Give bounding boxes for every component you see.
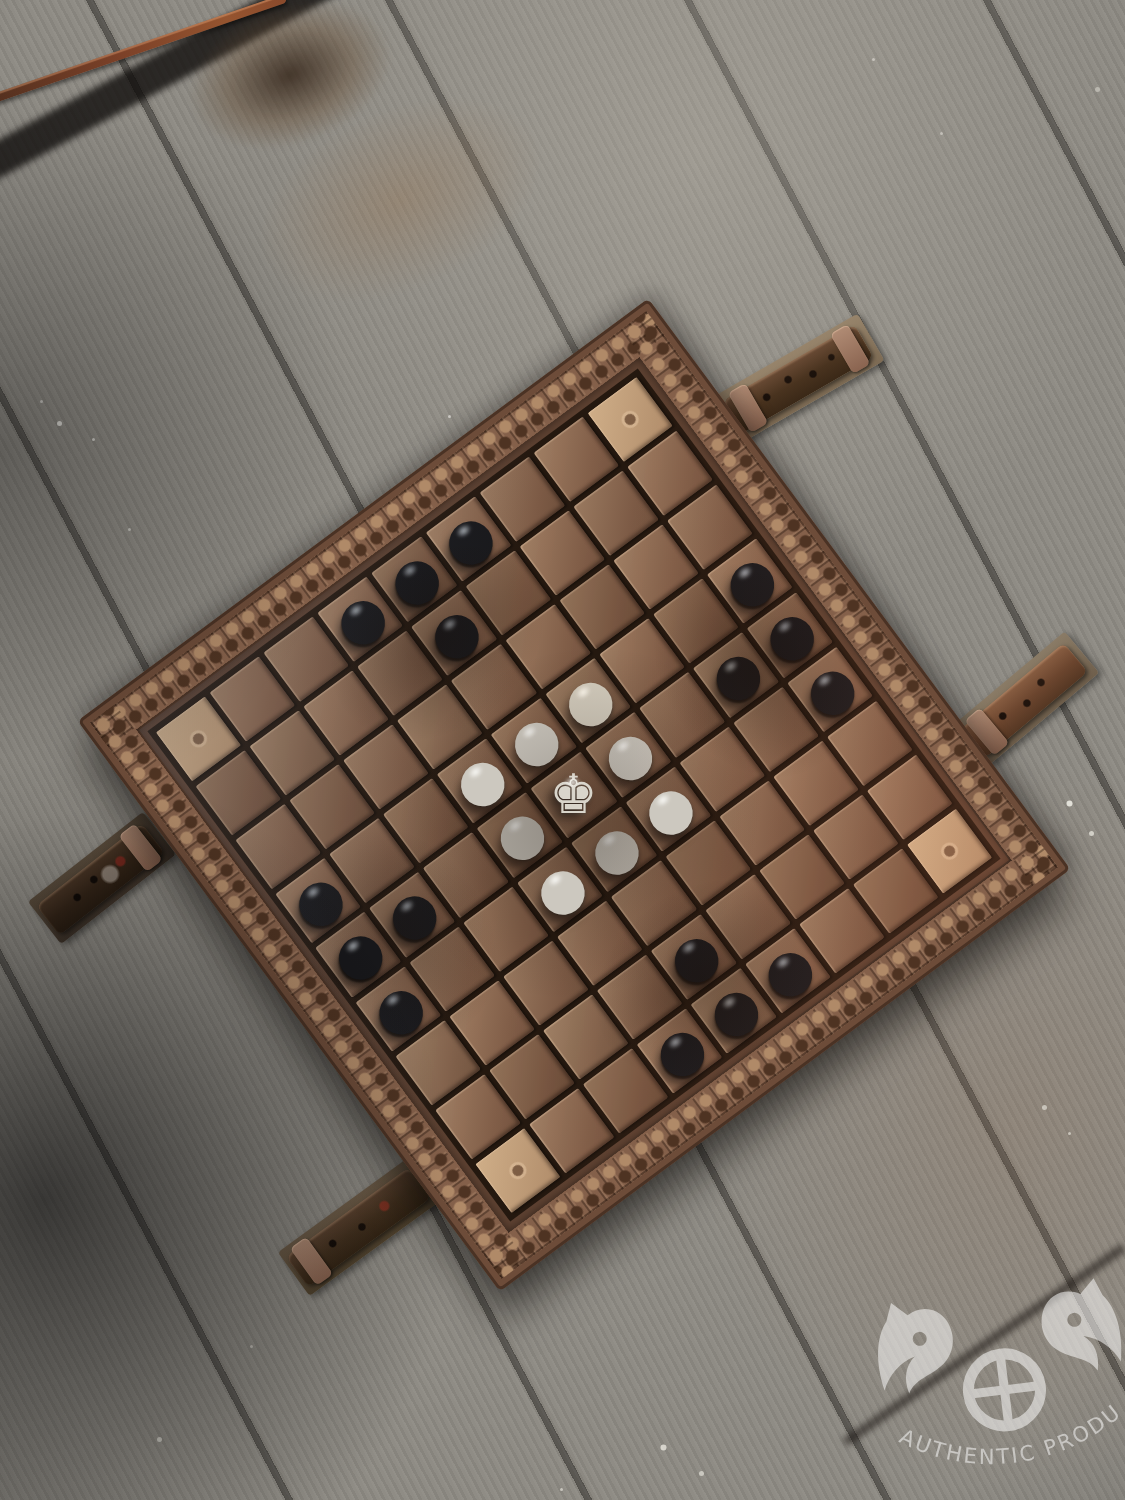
brand-emblem-icon: AUTHENTIC PRODUCT [867, 1264, 1125, 1493]
salt-specks [0, 0, 3, 3]
wheel-cross-v [996, 1358, 1013, 1423]
board-grid: ●●●●●●●●●●●●♚●●●●●●●●●●●● [147, 368, 1000, 1221]
wheel-cross-h [972, 1382, 1037, 1399]
strap-leather [961, 643, 1088, 758]
authenticity-watermark: AUTHENTIC PRODUCT [867, 1264, 1125, 1493]
cell-e5[interactable]: ♚ [531, 752, 616, 837]
beast-head-left [871, 1296, 958, 1397]
photo-stage: ●●●●●●●●●●●●♚●●●●●●●●●●●● AUTHENTIC PROD… [0, 0, 1125, 1500]
svg-text:AUTHENTIC PRODUCT: AUTHENTIC PRODUCT [867, 1264, 1125, 1485]
leather-strap-left [25, 809, 179, 947]
wheel-ring [964, 1350, 1044, 1430]
watermark-arc-text: AUTHENTIC PRODUCT [867, 1264, 1125, 1485]
plank-seam-bottom [842, 1244, 1125, 1446]
game-board[interactable]: ●●●●●●●●●●●●♚●●●●●●●●●●●● [77, 298, 1070, 1291]
king-piece[interactable]: ♚ [543, 764, 604, 825]
beast-head-right [1037, 1276, 1124, 1377]
